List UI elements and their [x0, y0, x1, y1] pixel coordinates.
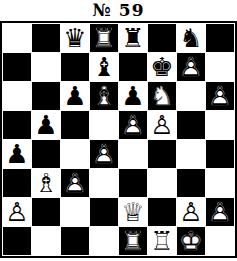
square-c7 [61, 53, 89, 81]
puzzle-number-title: № 59 [0, 0, 237, 20]
square-d8: ♜♖ [90, 24, 118, 52]
black-pawn-icon: ♟ [61, 82, 89, 110]
square-e7 [119, 53, 147, 81]
square-c4 [61, 140, 89, 168]
white-bishop-icon: ♝♗ [90, 82, 118, 110]
black-queen-icon: ♛ [61, 24, 89, 52]
square-g4 [177, 140, 205, 168]
square-h7 [206, 53, 234, 81]
square-a8 [3, 24, 31, 52]
white-pawn-icon: ♟♙ [3, 198, 31, 226]
square-h5 [206, 111, 234, 139]
square-h1 [206, 227, 234, 255]
white-pawn-icon: ♟♙ [177, 53, 205, 81]
square-g2: ♟♙ [177, 198, 205, 226]
square-d1 [90, 227, 118, 255]
square-c2 [61, 198, 89, 226]
square-a5 [3, 111, 31, 139]
square-f8 [148, 24, 176, 52]
square-a7 [3, 53, 31, 81]
square-e2: ♛♕ [119, 198, 147, 226]
square-d4: ♟♙ [90, 140, 118, 168]
square-c8: ♛ [61, 24, 89, 52]
square-d6: ♝♗ [90, 82, 118, 110]
square-f4 [148, 140, 176, 168]
square-e4 [119, 140, 147, 168]
square-b3: ♝♗ [32, 169, 60, 197]
white-pawn-icon: ♟♙ [177, 198, 205, 226]
square-c1 [61, 227, 89, 255]
white-pawn-icon: ♟♙ [148, 111, 176, 139]
white-bishop-icon: ♝♗ [32, 169, 60, 197]
white-rook-icon: ♜♖ [90, 24, 118, 52]
square-e5: ♟♙ [119, 111, 147, 139]
square-h8 [206, 24, 234, 52]
square-e3 [119, 169, 147, 197]
square-e1: ♜♖ [119, 227, 147, 255]
white-knight-icon: ♞♘ [148, 82, 176, 110]
square-f7: ♚ [148, 53, 176, 81]
white-queen-icon: ♛♕ [119, 198, 147, 226]
square-b8 [32, 24, 60, 52]
square-a4: ♟ [3, 140, 31, 168]
square-f2 [148, 198, 176, 226]
black-pawn-icon: ♟ [119, 82, 147, 110]
white-rook-icon: ♜♖ [119, 227, 147, 255]
square-d5 [90, 111, 118, 139]
black-rook-icon: ♜ [119, 24, 147, 52]
square-h6: ♟♙ [206, 82, 234, 110]
square-g6 [177, 82, 205, 110]
square-a3 [3, 169, 31, 197]
white-pawn-icon: ♟♙ [119, 111, 147, 139]
square-e8: ♜ [119, 24, 147, 52]
square-d7: ♝ [90, 53, 118, 81]
white-king-icon: ♚♔ [177, 227, 205, 255]
square-f1: ♜♖ [148, 227, 176, 255]
square-b4 [32, 140, 60, 168]
square-b6 [32, 82, 60, 110]
board: ♛♜♖♜♞♝♚♟♙♟♝♗♟♞♘♟♙♟♟♙♟♙♟♟♙♝♗♟♙♟♙♛♕♟♙♟♙♜♖♜… [0, 21, 237, 258]
white-pawn-icon: ♟♙ [206, 198, 234, 226]
square-a1 [3, 227, 31, 255]
square-b2 [32, 198, 60, 226]
white-pawn-icon: ♟♙ [206, 82, 234, 110]
square-g8: ♞ [177, 24, 205, 52]
square-a2: ♟♙ [3, 198, 31, 226]
square-g5 [177, 111, 205, 139]
square-f6: ♞♘ [148, 82, 176, 110]
square-c3: ♟♙ [61, 169, 89, 197]
square-f3 [148, 169, 176, 197]
square-a6 [3, 82, 31, 110]
square-g3 [177, 169, 205, 197]
square-h4 [206, 140, 234, 168]
square-b5: ♟ [32, 111, 60, 139]
square-h3 [206, 169, 234, 197]
square-d2 [90, 198, 118, 226]
black-bishop-icon: ♝ [90, 53, 118, 81]
square-g1: ♚♔ [177, 227, 205, 255]
black-pawn-icon: ♟ [3, 140, 31, 168]
square-c6: ♟ [61, 82, 89, 110]
white-pawn-icon: ♟♙ [61, 169, 89, 197]
square-h2: ♟♙ [206, 198, 234, 226]
black-pawn-icon: ♟ [32, 111, 60, 139]
black-knight-icon: ♞ [177, 24, 205, 52]
square-f5: ♟♙ [148, 111, 176, 139]
square-e6: ♟ [119, 82, 147, 110]
square-d3 [90, 169, 118, 197]
black-king-icon: ♚ [148, 53, 176, 81]
square-b1 [32, 227, 60, 255]
white-rook-icon: ♜♖ [148, 227, 176, 255]
white-pawn-icon: ♟♙ [90, 140, 118, 168]
square-c5 [61, 111, 89, 139]
square-b7 [32, 53, 60, 81]
square-g7: ♟♙ [177, 53, 205, 81]
